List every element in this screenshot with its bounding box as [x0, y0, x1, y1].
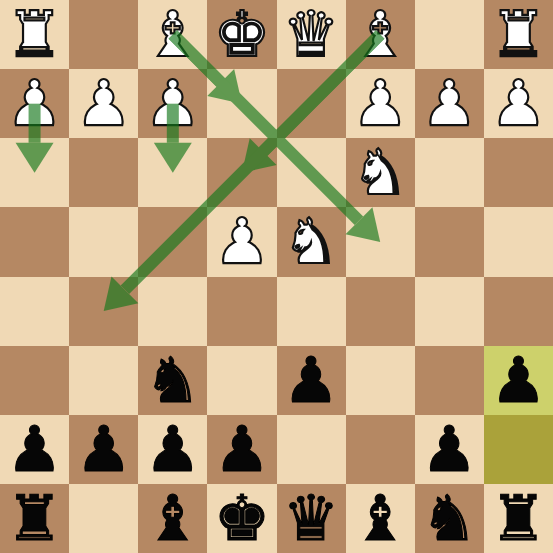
- square-f5[interactable]: [138, 277, 207, 346]
- square-g8[interactable]: [69, 484, 138, 553]
- square-e8[interactable]: ♚︎: [207, 484, 276, 553]
- square-e1[interactable]: ♚︎: [207, 0, 276, 69]
- piece-white-bishop[interactable]: ♝︎: [145, 0, 201, 69]
- square-a7[interactable]: [484, 415, 553, 484]
- square-d2[interactable]: [277, 69, 346, 138]
- piece-white-pawn[interactable]: ♟︎: [490, 69, 546, 138]
- square-h3[interactable]: [0, 138, 69, 207]
- piece-white-knight[interactable]: ♞︎: [283, 207, 339, 276]
- square-g1[interactable]: [69, 0, 138, 69]
- square-c4[interactable]: [346, 207, 415, 276]
- square-f8[interactable]: ♝︎: [138, 484, 207, 553]
- square-g4[interactable]: [69, 207, 138, 276]
- piece-white-rook[interactable]: ♜︎: [6, 0, 62, 69]
- square-b2[interactable]: ♟︎: [415, 69, 484, 138]
- chess-board: ♜︎♝︎♚︎♛︎♝︎♜︎♟︎♟︎♟︎♟︎♟︎♟︎♞︎♟︎♞︎♞︎♟︎♟︎♟︎♟︎…: [0, 0, 553, 553]
- square-h5[interactable]: [0, 277, 69, 346]
- square-c6[interactable]: [346, 346, 415, 415]
- square-a6[interactable]: ♟︎: [484, 346, 553, 415]
- piece-black-pawn[interactable]: ♟︎: [421, 415, 477, 484]
- square-g6[interactable]: [69, 346, 138, 415]
- square-a5[interactable]: [484, 277, 553, 346]
- square-g5[interactable]: [69, 277, 138, 346]
- piece-black-rook[interactable]: ♜︎: [490, 484, 546, 553]
- square-b7[interactable]: ♟︎: [415, 415, 484, 484]
- square-a2[interactable]: ♟︎: [484, 69, 553, 138]
- square-b3[interactable]: [415, 138, 484, 207]
- square-d3[interactable]: [277, 138, 346, 207]
- piece-black-pawn[interactable]: ♟︎: [214, 415, 270, 484]
- square-a3[interactable]: [484, 138, 553, 207]
- piece-black-pawn[interactable]: ♟︎: [6, 415, 62, 484]
- piece-black-pawn[interactable]: ♟︎: [283, 346, 339, 415]
- piece-white-pawn[interactable]: ♟︎: [421, 69, 477, 138]
- piece-white-pawn[interactable]: ♟︎: [352, 69, 408, 138]
- square-h2[interactable]: ♟︎: [0, 69, 69, 138]
- square-b8[interactable]: ♞︎: [415, 484, 484, 553]
- square-d1[interactable]: ♛︎: [277, 0, 346, 69]
- piece-white-pawn[interactable]: ♟︎: [145, 69, 201, 138]
- piece-black-rook[interactable]: ♜︎: [6, 484, 62, 553]
- square-a1[interactable]: ♜︎: [484, 0, 553, 69]
- piece-white-knight[interactable]: ♞︎: [352, 138, 408, 207]
- square-e5[interactable]: [207, 277, 276, 346]
- square-a4[interactable]: [484, 207, 553, 276]
- square-h7[interactable]: ♟︎: [0, 415, 69, 484]
- piece-black-bishop[interactable]: ♝︎: [352, 484, 408, 553]
- square-c2[interactable]: ♟︎: [346, 69, 415, 138]
- square-g3[interactable]: [69, 138, 138, 207]
- piece-black-pawn[interactable]: ♟︎: [490, 346, 546, 415]
- square-b6[interactable]: [415, 346, 484, 415]
- piece-black-pawn[interactable]: ♟︎: [75, 415, 131, 484]
- square-f7[interactable]: ♟︎: [138, 415, 207, 484]
- square-f2[interactable]: ♟︎: [138, 69, 207, 138]
- piece-black-knight[interactable]: ♞︎: [421, 484, 477, 553]
- square-h6[interactable]: [0, 346, 69, 415]
- square-d6[interactable]: ♟︎: [277, 346, 346, 415]
- board-wrapper: ♜︎♝︎♚︎♛︎♝︎♜︎♟︎♟︎♟︎♟︎♟︎♟︎♞︎♟︎♞︎♞︎♟︎♟︎♟︎♟︎…: [0, 0, 553, 553]
- square-h4[interactable]: [0, 207, 69, 276]
- square-b4[interactable]: [415, 207, 484, 276]
- square-c7[interactable]: [346, 415, 415, 484]
- square-f3[interactable]: [138, 138, 207, 207]
- square-c3[interactable]: ♞︎: [346, 138, 415, 207]
- square-d7[interactable]: [277, 415, 346, 484]
- square-b1[interactable]: [415, 0, 484, 69]
- square-d4[interactable]: ♞︎: [277, 207, 346, 276]
- square-d5[interactable]: [277, 277, 346, 346]
- square-b5[interactable]: [415, 277, 484, 346]
- square-e2[interactable]: [207, 69, 276, 138]
- piece-white-pawn[interactable]: ♟︎: [6, 69, 62, 138]
- square-e3[interactable]: [207, 138, 276, 207]
- square-f4[interactable]: [138, 207, 207, 276]
- piece-black-queen[interactable]: ♛︎: [283, 484, 339, 553]
- square-f1[interactable]: ♝︎: [138, 0, 207, 69]
- square-c1[interactable]: ♝︎: [346, 0, 415, 69]
- piece-white-rook[interactable]: ♜︎: [490, 0, 546, 69]
- square-d8[interactable]: ♛︎: [277, 484, 346, 553]
- piece-white-queen[interactable]: ♛︎: [283, 0, 339, 69]
- square-c5[interactable]: [346, 277, 415, 346]
- square-c8[interactable]: ♝︎: [346, 484, 415, 553]
- square-e7[interactable]: ♟︎: [207, 415, 276, 484]
- square-e4[interactable]: ♟︎: [207, 207, 276, 276]
- piece-black-king[interactable]: ♚︎: [214, 484, 270, 553]
- square-g2[interactable]: ♟︎: [69, 69, 138, 138]
- piece-white-pawn[interactable]: ♟︎: [75, 69, 131, 138]
- square-h8[interactable]: ♜︎: [0, 484, 69, 553]
- square-g7[interactable]: ♟︎: [69, 415, 138, 484]
- piece-white-king[interactable]: ♚︎: [214, 0, 270, 69]
- square-f6[interactable]: ♞︎: [138, 346, 207, 415]
- square-e6[interactable]: [207, 346, 276, 415]
- piece-white-bishop[interactable]: ♝︎: [352, 0, 408, 69]
- square-h1[interactable]: ♜︎: [0, 0, 69, 69]
- piece-black-pawn[interactable]: ♟︎: [145, 415, 201, 484]
- piece-black-bishop[interactable]: ♝︎: [145, 484, 201, 553]
- piece-white-pawn[interactable]: ♟︎: [214, 207, 270, 276]
- piece-black-knight[interactable]: ♞︎: [145, 346, 201, 415]
- square-a8[interactable]: ♜︎: [484, 484, 553, 553]
